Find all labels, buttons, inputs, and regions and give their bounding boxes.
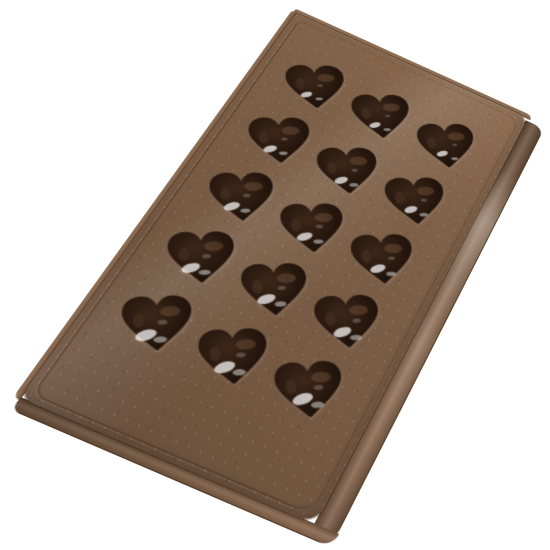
heart-cavity bbox=[244, 115, 316, 167]
heart-cavity-shape bbox=[269, 357, 349, 424]
heart-cavity-shape bbox=[193, 324, 273, 390]
heart-cavity-shape bbox=[244, 115, 316, 167]
heart-cavity bbox=[345, 231, 420, 288]
heart-cavity-shape bbox=[308, 292, 385, 354]
heart-cavity-shape bbox=[275, 201, 350, 257]
heart-cavity-shape bbox=[117, 292, 197, 357]
heart-cavity bbox=[275, 201, 350, 257]
heart-cavity bbox=[308, 292, 385, 354]
heart-cavity-shape bbox=[205, 170, 280, 225]
heart-cavity-shape bbox=[281, 63, 351, 112]
heart-cavity-shape bbox=[345, 231, 420, 288]
cavity-grid bbox=[95, 48, 492, 442]
heart-cavity bbox=[117, 292, 197, 357]
heart-cavity bbox=[163, 229, 240, 289]
heart-cavity bbox=[236, 260, 313, 321]
mold-tray bbox=[20, 13, 528, 525]
heart-cavity-shape bbox=[411, 121, 481, 171]
heart-cavity-shape bbox=[163, 229, 240, 289]
heart-cavity-shape bbox=[312, 145, 384, 197]
product-photo bbox=[0, 0, 550, 550]
heart-cavity-shape bbox=[236, 260, 313, 321]
heart-cavity bbox=[411, 121, 481, 171]
heart-cavity bbox=[205, 170, 280, 225]
heart-cavity-shape bbox=[346, 92, 416, 141]
heart-cavity bbox=[312, 145, 384, 197]
heart-cavity bbox=[281, 63, 351, 112]
heart-cavity bbox=[193, 324, 273, 390]
heart-cavity bbox=[346, 92, 416, 141]
heart-cavity bbox=[269, 357, 349, 424]
heart-cavity bbox=[379, 175, 452, 228]
heart-cavity-shape bbox=[379, 175, 452, 228]
